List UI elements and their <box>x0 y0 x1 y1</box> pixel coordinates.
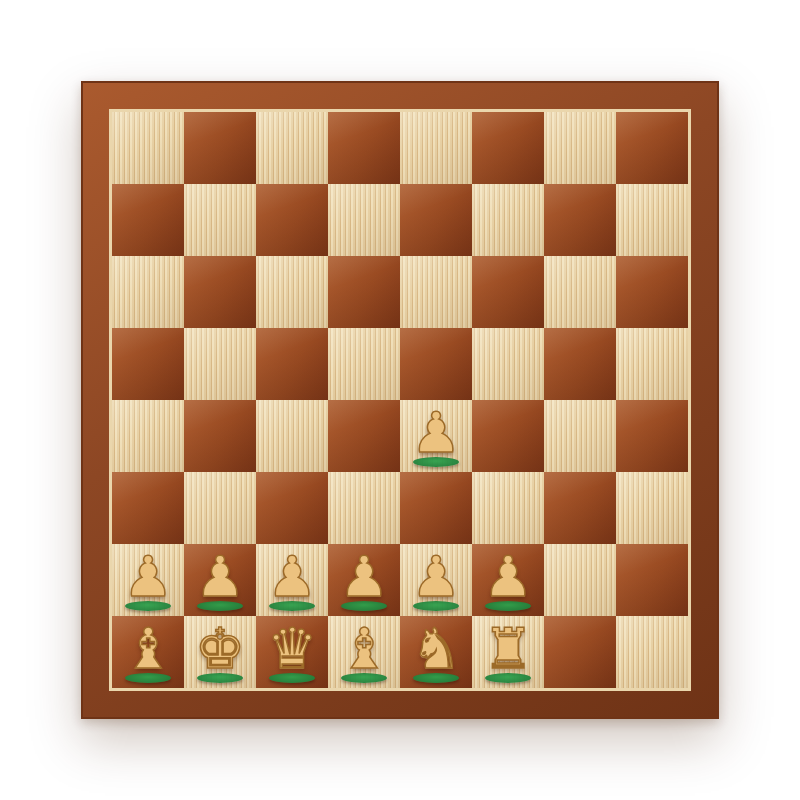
square-d5 <box>328 328 400 400</box>
square-h4 <box>616 400 688 472</box>
square-b1: ♚ <box>184 616 256 688</box>
white-pawn: ♟ <box>411 549 461 605</box>
square-g8 <box>544 112 616 184</box>
square-h3 <box>616 472 688 544</box>
white-king: ♚ <box>195 621 245 677</box>
square-d7 <box>328 184 400 256</box>
square-c8 <box>256 112 328 184</box>
square-h1 <box>616 616 688 688</box>
square-a7 <box>112 184 184 256</box>
square-b7 <box>184 184 256 256</box>
square-e1: ♞ <box>400 616 472 688</box>
square-c3 <box>256 472 328 544</box>
white-pawn: ♟ <box>339 549 389 605</box>
square-g1 <box>544 616 616 688</box>
white-rook: ♜ <box>483 621 533 677</box>
square-c4 <box>256 400 328 472</box>
square-h7 <box>616 184 688 256</box>
square-g7 <box>544 184 616 256</box>
square-h8 <box>616 112 688 184</box>
square-f3 <box>472 472 544 544</box>
square-b5 <box>184 328 256 400</box>
white-pawn: ♟ <box>483 549 533 605</box>
square-e3 <box>400 472 472 544</box>
square-g5 <box>544 328 616 400</box>
square-c2: ♟ <box>256 544 328 616</box>
chess-board: ♟♟♟♟♟♟♟♝♚♛♝♞♜ <box>109 109 691 691</box>
square-e7 <box>400 184 472 256</box>
square-c7 <box>256 184 328 256</box>
square-e8 <box>400 112 472 184</box>
square-d4 <box>328 400 400 472</box>
square-c6 <box>256 256 328 328</box>
square-e4: ♟ <box>400 400 472 472</box>
square-g4 <box>544 400 616 472</box>
square-f8 <box>472 112 544 184</box>
square-a4 <box>112 400 184 472</box>
square-g6 <box>544 256 616 328</box>
square-d2: ♟ <box>328 544 400 616</box>
white-pawn: ♟ <box>411 405 461 461</box>
square-f7 <box>472 184 544 256</box>
square-a3 <box>112 472 184 544</box>
square-a6 <box>112 256 184 328</box>
square-g3 <box>544 472 616 544</box>
square-f2: ♟ <box>472 544 544 616</box>
square-h2 <box>616 544 688 616</box>
square-f4 <box>472 400 544 472</box>
board-frame: ♟♟♟♟♟♟♟♝♚♛♝♞♜ <box>81 81 719 719</box>
square-a1: ♝ <box>112 616 184 688</box>
square-a8 <box>112 112 184 184</box>
square-b2: ♟ <box>184 544 256 616</box>
photo-canvas: ♟♟♟♟♟♟♟♝♚♛♝♞♜ <box>0 0 800 800</box>
white-pawn: ♟ <box>123 549 173 605</box>
white-queen: ♛ <box>267 621 317 677</box>
square-c5 <box>256 328 328 400</box>
square-d3 <box>328 472 400 544</box>
white-bishop: ♝ <box>123 621 173 677</box>
square-d6 <box>328 256 400 328</box>
square-f6 <box>472 256 544 328</box>
square-e5 <box>400 328 472 400</box>
square-a2: ♟ <box>112 544 184 616</box>
white-pawn: ♟ <box>195 549 245 605</box>
square-d1: ♝ <box>328 616 400 688</box>
white-knight: ♞ <box>411 621 461 677</box>
white-bishop: ♝ <box>339 621 389 677</box>
white-pawn: ♟ <box>267 549 317 605</box>
square-b4 <box>184 400 256 472</box>
square-b3 <box>184 472 256 544</box>
square-e2: ♟ <box>400 544 472 616</box>
square-b6 <box>184 256 256 328</box>
square-a5 <box>112 328 184 400</box>
square-b8 <box>184 112 256 184</box>
square-e6 <box>400 256 472 328</box>
square-g2 <box>544 544 616 616</box>
square-f1: ♜ <box>472 616 544 688</box>
square-d8 <box>328 112 400 184</box>
square-h6 <box>616 256 688 328</box>
square-f5 <box>472 328 544 400</box>
square-h5 <box>616 328 688 400</box>
square-c1: ♛ <box>256 616 328 688</box>
